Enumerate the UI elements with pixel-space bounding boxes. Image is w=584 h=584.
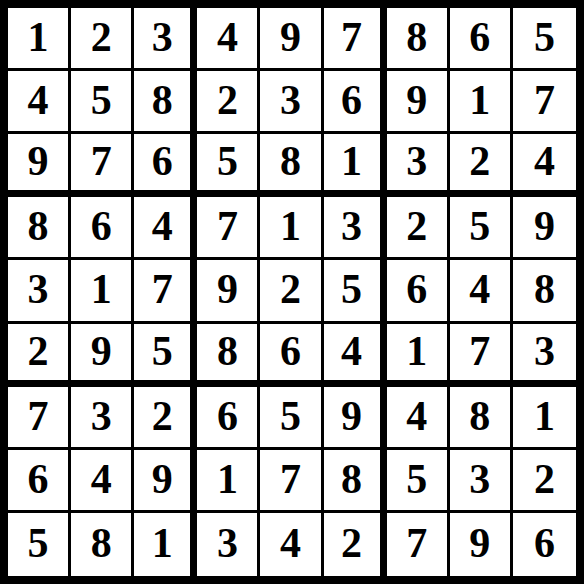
cell-r6c9[interactable]: 3: [513, 324, 576, 387]
cell-r9c6[interactable]: 2: [324, 513, 387, 576]
cell-r1c3[interactable]: 3: [134, 8, 197, 71]
cell-r4c4[interactable]: 7: [197, 197, 260, 260]
cell-r9c2[interactable]: 8: [71, 513, 134, 576]
cell-r5c1[interactable]: 3: [8, 260, 71, 323]
cell-r3c9[interactable]: 4: [513, 134, 576, 197]
cell-r9c9[interactable]: 6: [513, 513, 576, 576]
cell-r5c5[interactable]: 2: [260, 260, 323, 323]
cell-r1c6[interactable]: 7: [324, 8, 387, 71]
cell-r5c3[interactable]: 7: [134, 260, 197, 323]
cell-r3c5[interactable]: 8: [260, 134, 323, 197]
cell-r4c2[interactable]: 6: [71, 197, 134, 260]
cell-r9c1[interactable]: 5: [8, 513, 71, 576]
cell-r8c1[interactable]: 6: [8, 450, 71, 513]
cell-r9c7[interactable]: 7: [387, 513, 450, 576]
cell-r8c3[interactable]: 9: [134, 450, 197, 513]
cell-r7c6[interactable]: 9: [324, 387, 387, 450]
cell-r3c8[interactable]: 2: [450, 134, 513, 197]
cell-r1c8[interactable]: 6: [450, 8, 513, 71]
cell-r6c5[interactable]: 6: [260, 324, 323, 387]
cell-r8c9[interactable]: 2: [513, 450, 576, 513]
cell-r7c8[interactable]: 8: [450, 387, 513, 450]
cell-r2c6[interactable]: 6: [324, 71, 387, 134]
cell-r5c7[interactable]: 6: [387, 260, 450, 323]
cell-r2c9[interactable]: 7: [513, 71, 576, 134]
cell-r8c8[interactable]: 3: [450, 450, 513, 513]
cell-r8c7[interactable]: 5: [387, 450, 450, 513]
cell-r9c5[interactable]: 4: [260, 513, 323, 576]
cell-r2c2[interactable]: 5: [71, 71, 134, 134]
cell-r3c7[interactable]: 3: [387, 134, 450, 197]
cell-r1c9[interactable]: 5: [513, 8, 576, 71]
cell-r3c3[interactable]: 6: [134, 134, 197, 197]
cell-r3c1[interactable]: 9: [8, 134, 71, 197]
cell-r7c5[interactable]: 5: [260, 387, 323, 450]
cell-r6c8[interactable]: 7: [450, 324, 513, 387]
cell-r6c1[interactable]: 2: [8, 324, 71, 387]
cell-r9c8[interactable]: 9: [450, 513, 513, 576]
cell-r1c1[interactable]: 1: [8, 8, 71, 71]
cell-r4c7[interactable]: 2: [387, 197, 450, 260]
cell-r8c5[interactable]: 7: [260, 450, 323, 513]
cell-r4c3[interactable]: 4: [134, 197, 197, 260]
cell-r7c1[interactable]: 7: [8, 387, 71, 450]
cell-r4c5[interactable]: 1: [260, 197, 323, 260]
cell-r1c5[interactable]: 9: [260, 8, 323, 71]
cell-r8c4[interactable]: 1: [197, 450, 260, 513]
cell-r8c6[interactable]: 8: [324, 450, 387, 513]
cell-r2c3[interactable]: 8: [134, 71, 197, 134]
cell-r7c4[interactable]: 6: [197, 387, 260, 450]
cell-r2c1[interactable]: 4: [8, 71, 71, 134]
cell-r5c9[interactable]: 8: [513, 260, 576, 323]
cell-r3c6[interactable]: 1: [324, 134, 387, 197]
sudoku-page: 1234978654582369179765813248647132593179…: [0, 0, 584, 584]
cell-r1c2[interactable]: 2: [71, 8, 134, 71]
cell-r7c7[interactable]: 4: [387, 387, 450, 450]
cell-r1c7[interactable]: 8: [387, 8, 450, 71]
sudoku-board: 1234978654582369179765813248647132593179…: [0, 0, 584, 584]
cell-r3c2[interactable]: 7: [71, 134, 134, 197]
cell-r6c4[interactable]: 8: [197, 324, 260, 387]
cell-r4c1[interactable]: 8: [8, 197, 71, 260]
cell-r5c6[interactable]: 5: [324, 260, 387, 323]
cell-r2c4[interactable]: 2: [197, 71, 260, 134]
cell-r4c8[interactable]: 5: [450, 197, 513, 260]
cell-r6c3[interactable]: 5: [134, 324, 197, 387]
cell-r3c4[interactable]: 5: [197, 134, 260, 197]
cell-r2c8[interactable]: 1: [450, 71, 513, 134]
cell-r5c2[interactable]: 1: [71, 260, 134, 323]
cell-r7c3[interactable]: 2: [134, 387, 197, 450]
cell-r4c9[interactable]: 9: [513, 197, 576, 260]
cell-r9c4[interactable]: 3: [197, 513, 260, 576]
cell-r6c6[interactable]: 4: [324, 324, 387, 387]
cell-r8c2[interactable]: 4: [71, 450, 134, 513]
cell-r4c6[interactable]: 3: [324, 197, 387, 260]
cell-r6c7[interactable]: 1: [387, 324, 450, 387]
cell-r2c7[interactable]: 9: [387, 71, 450, 134]
cell-r9c3[interactable]: 1: [134, 513, 197, 576]
cell-r5c8[interactable]: 4: [450, 260, 513, 323]
cell-r2c5[interactable]: 3: [260, 71, 323, 134]
cell-r5c4[interactable]: 9: [197, 260, 260, 323]
cell-r6c2[interactable]: 9: [71, 324, 134, 387]
cell-r1c4[interactable]: 4: [197, 8, 260, 71]
cell-r7c9[interactable]: 1: [513, 387, 576, 450]
cell-r7c2[interactable]: 3: [71, 387, 134, 450]
